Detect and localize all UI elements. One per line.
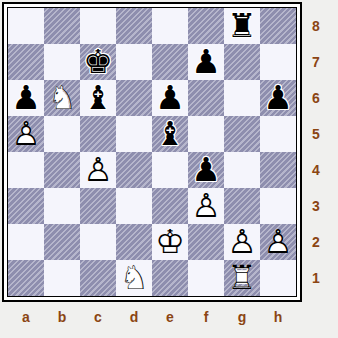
- square-f2[interactable]: [188, 224, 224, 260]
- piece-outline-layer: ♘: [44, 80, 80, 116]
- square-e8[interactable]: [152, 8, 188, 44]
- square-f5[interactable]: [188, 116, 224, 152]
- rank-label-3: 3: [303, 188, 329, 224]
- square-e1[interactable]: [152, 260, 188, 296]
- square-c4[interactable]: ♟♙: [80, 152, 116, 188]
- piece-outline-layer: ♙: [224, 224, 260, 260]
- file-label-b: b: [44, 306, 80, 328]
- white-king-piece: ♚♔: [152, 224, 188, 260]
- white-rook-piece: ♜♖: [224, 260, 260, 296]
- square-d4[interactable]: [116, 152, 152, 188]
- white-pawn-piece: ♟♙: [8, 116, 44, 152]
- square-c5[interactable]: [80, 116, 116, 152]
- white-knight-piece: ♞♘: [44, 80, 80, 116]
- square-a4[interactable]: [8, 152, 44, 188]
- white-pawn-piece: ♟♙: [80, 152, 116, 188]
- square-d2[interactable]: [116, 224, 152, 260]
- square-b2[interactable]: [44, 224, 80, 260]
- square-d8[interactable]: [116, 8, 152, 44]
- file-label-h: h: [260, 306, 296, 328]
- black-rook-piece: ♜: [224, 8, 260, 44]
- black-pawn-piece: ♟: [152, 80, 188, 116]
- rank-label-5: 5: [303, 116, 329, 152]
- file-label-e: e: [152, 306, 188, 328]
- square-b4[interactable]: [44, 152, 80, 188]
- square-e5[interactable]: ♝: [152, 116, 188, 152]
- black-pawn-piece: ♟: [188, 152, 224, 188]
- square-c3[interactable]: [80, 188, 116, 224]
- square-h8[interactable]: [260, 8, 296, 44]
- piece-outline-layer: ♙: [260, 224, 296, 260]
- square-g4[interactable]: [224, 152, 260, 188]
- file-labels: abcdefgh: [8, 306, 296, 328]
- white-knight-piece: ♞♘: [116, 260, 152, 296]
- file-label-g: g: [224, 306, 260, 328]
- square-e7[interactable]: [152, 44, 188, 80]
- square-g3[interactable]: [224, 188, 260, 224]
- square-c6[interactable]: ♝: [80, 80, 116, 116]
- square-h3[interactable]: [260, 188, 296, 224]
- rank-label-8: 8: [303, 8, 329, 44]
- square-f3[interactable]: ♟♙: [188, 188, 224, 224]
- white-pawn-piece: ♟♙: [224, 224, 260, 260]
- square-f8[interactable]: [188, 8, 224, 44]
- square-d5[interactable]: [116, 116, 152, 152]
- rank-label-6: 6: [303, 80, 329, 116]
- square-f1[interactable]: [188, 260, 224, 296]
- square-c2[interactable]: [80, 224, 116, 260]
- square-b8[interactable]: [44, 8, 80, 44]
- square-g7[interactable]: [224, 44, 260, 80]
- square-e3[interactable]: [152, 188, 188, 224]
- piece-outline-layer: ♙: [80, 152, 116, 188]
- square-h6[interactable]: ♟: [260, 80, 296, 116]
- chess-diagram: ♜♚♟♟♞♘♝♟♟♟♙♝♟♙♟♟♙♚♔♟♙♟♙♞♘♜♖ abcdefgh 876…: [0, 0, 338, 338]
- square-g8[interactable]: ♜: [224, 8, 260, 44]
- square-f7[interactable]: ♟: [188, 44, 224, 80]
- square-c7[interactable]: ♚: [80, 44, 116, 80]
- square-h5[interactable]: [260, 116, 296, 152]
- square-b7[interactable]: [44, 44, 80, 80]
- square-h7[interactable]: [260, 44, 296, 80]
- square-g6[interactable]: [224, 80, 260, 116]
- square-b5[interactable]: [44, 116, 80, 152]
- rank-label-4: 4: [303, 152, 329, 188]
- square-c8[interactable]: [80, 8, 116, 44]
- black-king-piece: ♚: [80, 44, 116, 80]
- black-pawn-piece: ♟: [8, 80, 44, 116]
- rank-label-2: 2: [303, 224, 329, 260]
- square-a6[interactable]: ♟: [8, 80, 44, 116]
- square-b6[interactable]: ♞♘: [44, 80, 80, 116]
- square-a2[interactable]: [8, 224, 44, 260]
- square-d7[interactable]: [116, 44, 152, 80]
- square-h2[interactable]: ♟♙: [260, 224, 296, 260]
- square-g1[interactable]: ♜♖: [224, 260, 260, 296]
- chess-board: ♜♚♟♟♞♘♝♟♟♟♙♝♟♙♟♟♙♚♔♟♙♟♙♞♘♜♖: [8, 8, 296, 296]
- file-label-c: c: [80, 306, 116, 328]
- square-h4[interactable]: [260, 152, 296, 188]
- black-bishop-piece: ♝: [80, 80, 116, 116]
- piece-outline-layer: ♘: [116, 260, 152, 296]
- rank-label-1: 1: [303, 260, 329, 296]
- square-e2[interactable]: ♚♔: [152, 224, 188, 260]
- square-f4[interactable]: ♟: [188, 152, 224, 188]
- square-b3[interactable]: [44, 188, 80, 224]
- rank-labels: 87654321: [303, 8, 329, 296]
- square-e4[interactable]: [152, 152, 188, 188]
- file-label-f: f: [188, 306, 224, 328]
- square-a3[interactable]: [8, 188, 44, 224]
- board-inner-border: ♜♚♟♟♞♘♝♟♟♟♙♝♟♙♟♟♙♚♔♟♙♟♙♞♘♜♖: [7, 7, 297, 297]
- white-pawn-piece: ♟♙: [260, 224, 296, 260]
- file-label-d: d: [116, 306, 152, 328]
- square-a8[interactable]: [8, 8, 44, 44]
- piece-outline-layer: ♙: [8, 116, 44, 152]
- square-h1[interactable]: [260, 260, 296, 296]
- square-a7[interactable]: [8, 44, 44, 80]
- square-d6[interactable]: [116, 80, 152, 116]
- square-c1[interactable]: [80, 260, 116, 296]
- square-g5[interactable]: [224, 116, 260, 152]
- black-bishop-piece: ♝: [152, 116, 188, 152]
- board-frame: ♜♚♟♟♞♘♝♟♟♟♙♝♟♙♟♟♙♚♔♟♙♟♙♞♘♜♖: [2, 2, 302, 302]
- square-d3[interactable]: [116, 188, 152, 224]
- square-a1[interactable]: [8, 260, 44, 296]
- piece-outline-layer: ♖: [224, 260, 260, 296]
- piece-outline-layer: ♔: [152, 224, 188, 260]
- white-pawn-piece: ♟♙: [188, 188, 224, 224]
- square-f6[interactable]: [188, 80, 224, 116]
- square-b1[interactable]: [44, 260, 80, 296]
- black-pawn-piece: ♟: [188, 44, 224, 80]
- rank-label-7: 7: [303, 44, 329, 80]
- square-a5[interactable]: ♟♙: [8, 116, 44, 152]
- square-e6[interactable]: ♟: [152, 80, 188, 116]
- file-label-a: a: [8, 306, 44, 328]
- square-g2[interactable]: ♟♙: [224, 224, 260, 260]
- black-pawn-piece: ♟: [260, 80, 296, 116]
- piece-outline-layer: ♙: [188, 188, 224, 224]
- square-d1[interactable]: ♞♘: [116, 260, 152, 296]
